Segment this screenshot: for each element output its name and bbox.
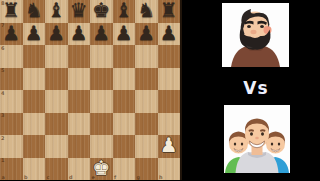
square-c8[interactable]: ♝ bbox=[45, 0, 68, 23]
square-g7[interactable]: ♟ bbox=[135, 23, 158, 46]
square-c3[interactable] bbox=[45, 113, 68, 136]
square-e7[interactable]: ♟ bbox=[90, 23, 113, 46]
square-h2[interactable]: ♟ bbox=[158, 135, 181, 158]
square-g6[interactable] bbox=[135, 45, 158, 68]
square-d5[interactable] bbox=[68, 68, 91, 91]
square-d8[interactable]: ♛ bbox=[68, 0, 91, 23]
square-b7[interactable]: ♟ bbox=[23, 23, 46, 46]
match-panel: Vs bbox=[182, 0, 320, 180]
square-b1[interactable]: b bbox=[23, 158, 46, 181]
black-pawn[interactable]: ♟ bbox=[2, 22, 20, 45]
square-a2[interactable]: 2 bbox=[0, 135, 23, 158]
black-pawn[interactable]: ♟ bbox=[92, 22, 110, 45]
square-h1[interactable]: h bbox=[158, 158, 181, 181]
square-d1[interactable]: d bbox=[68, 158, 91, 181]
black-bishop[interactable]: ♝ bbox=[47, 0, 65, 22]
square-e6[interactable] bbox=[90, 45, 113, 68]
black-pawn[interactable]: ♟ bbox=[47, 22, 65, 45]
black-bishop[interactable]: ♝ bbox=[115, 0, 133, 22]
square-h8[interactable]: ♜ bbox=[158, 0, 181, 23]
square-f3[interactable] bbox=[113, 113, 136, 136]
square-f1[interactable]: f bbox=[113, 158, 136, 181]
square-g1[interactable]: g bbox=[135, 158, 158, 181]
square-c1[interactable]: c bbox=[45, 158, 68, 181]
square-f7[interactable]: ♟ bbox=[113, 23, 136, 46]
square-d3[interactable] bbox=[68, 113, 91, 136]
rank-label: 3 bbox=[1, 113, 4, 118]
rank-label: 2 bbox=[1, 136, 4, 141]
black-knight[interactable]: ♞ bbox=[137, 0, 155, 22]
square-h3[interactable] bbox=[158, 113, 181, 136]
square-c7[interactable]: ♟ bbox=[45, 23, 68, 46]
square-a1[interactable]: 1a bbox=[0, 158, 23, 181]
square-b2[interactable] bbox=[23, 135, 46, 158]
chess-board-frame: 8♜♞♝♛♚♝♞♜7♟♟♟♟♟♟♟♟65432♟1abcde♚fgh bbox=[0, 0, 182, 180]
square-b8[interactable]: ♞ bbox=[23, 0, 46, 23]
black-pawn[interactable]: ♟ bbox=[160, 22, 178, 45]
black-pawn[interactable]: ♟ bbox=[70, 22, 88, 45]
square-f5[interactable] bbox=[113, 68, 136, 91]
square-d2[interactable] bbox=[68, 135, 91, 158]
rank-label: 6 bbox=[1, 46, 4, 51]
square-c2[interactable] bbox=[45, 135, 68, 158]
chess-board[interactable]: 8♜♞♝♛♚♝♞♜7♟♟♟♟♟♟♟♟65432♟1abcde♚fgh bbox=[0, 0, 180, 180]
player-bottom-avatar bbox=[224, 105, 290, 173]
square-f2[interactable] bbox=[113, 135, 136, 158]
black-pawn[interactable]: ♟ bbox=[115, 22, 133, 45]
square-a4[interactable]: 4 bbox=[0, 90, 23, 113]
black-knight[interactable]: ♞ bbox=[25, 0, 43, 22]
white-king[interactable]: ♚ bbox=[92, 157, 110, 180]
file-label: g bbox=[137, 175, 141, 180]
rank-label: 1 bbox=[1, 158, 4, 163]
file-label: c bbox=[47, 175, 50, 180]
black-pawn[interactable]: ♟ bbox=[25, 22, 43, 45]
square-e2[interactable] bbox=[90, 135, 113, 158]
square-b5[interactable] bbox=[23, 68, 46, 91]
square-e3[interactable] bbox=[90, 113, 113, 136]
square-a3[interactable]: 3 bbox=[0, 113, 23, 136]
square-g8[interactable]: ♞ bbox=[135, 0, 158, 23]
file-label: a bbox=[2, 175, 5, 180]
vs-label: Vs bbox=[222, 76, 290, 100]
black-king[interactable]: ♚ bbox=[92, 0, 110, 22]
square-h7[interactable]: ♟ bbox=[158, 23, 181, 46]
square-b3[interactable] bbox=[23, 113, 46, 136]
square-d7[interactable]: ♟ bbox=[68, 23, 91, 46]
square-h4[interactable] bbox=[158, 90, 181, 113]
square-g4[interactable] bbox=[135, 90, 158, 113]
square-h5[interactable] bbox=[158, 68, 181, 91]
square-e1[interactable]: e♚ bbox=[90, 158, 113, 181]
rank-label: 4 bbox=[1, 91, 4, 96]
square-a5[interactable]: 5 bbox=[0, 68, 23, 91]
white-pawn[interactable]: ♟ bbox=[160, 134, 178, 157]
file-label: b bbox=[24, 175, 28, 180]
square-d6[interactable] bbox=[68, 45, 91, 68]
square-e8[interactable]: ♚ bbox=[90, 0, 113, 23]
square-c4[interactable] bbox=[45, 90, 68, 113]
square-a8[interactable]: 8♜ bbox=[0, 0, 23, 23]
three-men-icon bbox=[224, 105, 290, 173]
square-b4[interactable] bbox=[23, 90, 46, 113]
black-pawn[interactable]: ♟ bbox=[137, 22, 155, 45]
square-b6[interactable] bbox=[23, 45, 46, 68]
square-f6[interactable] bbox=[113, 45, 136, 68]
square-a6[interactable]: 6 bbox=[0, 45, 23, 68]
file-label: h bbox=[159, 175, 163, 180]
square-f8[interactable]: ♝ bbox=[113, 0, 136, 23]
black-queen[interactable]: ♛ bbox=[70, 0, 88, 22]
square-e4[interactable] bbox=[90, 90, 113, 113]
player-top-avatar bbox=[222, 3, 289, 67]
square-c5[interactable] bbox=[45, 68, 68, 91]
square-g3[interactable] bbox=[135, 113, 158, 136]
square-g5[interactable] bbox=[135, 68, 158, 91]
square-f4[interactable] bbox=[113, 90, 136, 113]
square-d4[interactable] bbox=[68, 90, 91, 113]
square-a7[interactable]: 7♟ bbox=[0, 23, 23, 46]
square-c6[interactable] bbox=[45, 45, 68, 68]
rank-label: 5 bbox=[1, 68, 4, 73]
square-e5[interactable] bbox=[90, 68, 113, 91]
square-g2[interactable] bbox=[135, 135, 158, 158]
thumbnail-stage: 8♜♞♝♛♚♝♞♜7♟♟♟♟♟♟♟♟65432♟1abcde♚fgh bbox=[0, 0, 320, 180]
file-label: f bbox=[114, 175, 116, 180]
bearded-man-icon bbox=[222, 3, 289, 67]
square-h6[interactable] bbox=[158, 45, 181, 68]
file-label: d bbox=[69, 175, 73, 180]
black-rook[interactable]: ♜ bbox=[2, 0, 20, 22]
black-rook[interactable]: ♜ bbox=[160, 0, 178, 22]
